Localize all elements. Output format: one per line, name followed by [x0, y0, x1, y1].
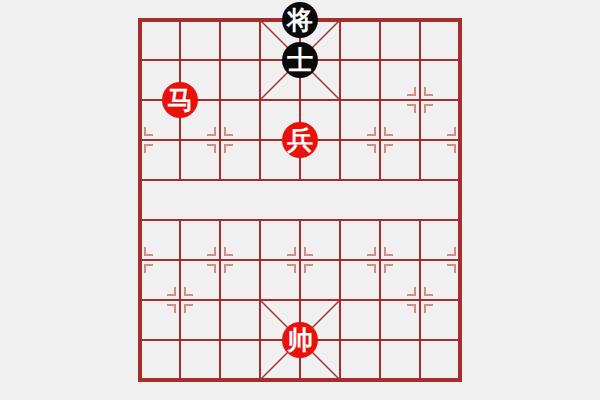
- board-cell: [420, 340, 460, 380]
- river-cell: [180, 180, 220, 220]
- point-marker-bracket: [184, 304, 193, 313]
- point-marker-bracket: [447, 247, 456, 256]
- point-marker-bracket: [447, 144, 456, 153]
- board-cell: [180, 20, 220, 60]
- point-marker-bracket: [407, 104, 416, 113]
- river-cell: [420, 180, 460, 220]
- board-cell: [340, 300, 380, 340]
- board-cell: [180, 340, 220, 380]
- point-marker-bracket: [367, 264, 376, 273]
- board-cell: [220, 300, 260, 340]
- point-marker-bracket: [167, 287, 176, 296]
- piece-red-general[interactable]: 帅: [282, 322, 318, 358]
- board-cell: [420, 20, 460, 60]
- board-cell: [340, 60, 380, 100]
- piece-black-general[interactable]: 将: [282, 2, 318, 38]
- point-marker-bracket: [207, 144, 216, 153]
- river-cell: [380, 180, 420, 220]
- point-marker-bracket: [424, 104, 433, 113]
- point-marker-bracket: [424, 287, 433, 296]
- point-marker-bracket: [424, 304, 433, 313]
- point-marker-bracket: [384, 247, 393, 256]
- piece-black-advisor[interactable]: 士: [282, 42, 318, 78]
- point-marker-bracket: [144, 144, 153, 153]
- point-marker-bracket: [407, 87, 416, 96]
- point-marker-bracket: [447, 264, 456, 273]
- board-cell: [380, 340, 420, 380]
- board-cell: [140, 340, 180, 380]
- point-marker-bracket: [367, 127, 376, 136]
- point-marker-bracket: [287, 247, 296, 256]
- board-cell: [340, 20, 380, 60]
- point-marker-bracket: [407, 304, 416, 313]
- board-cell: [140, 20, 180, 60]
- point-marker-bracket: [424, 87, 433, 96]
- river-cell: [260, 180, 300, 220]
- point-marker-bracket: [207, 264, 216, 273]
- point-marker-bracket: [224, 127, 233, 136]
- xiangqi-board: 将士马兵帅: [0, 0, 600, 400]
- point-marker-bracket: [224, 264, 233, 273]
- point-marker-bracket: [384, 144, 393, 153]
- point-marker-bracket: [144, 247, 153, 256]
- piece-red-soldier[interactable]: 兵: [282, 122, 318, 158]
- board-cell: [220, 340, 260, 380]
- point-marker-bracket: [367, 247, 376, 256]
- point-marker-bracket: [207, 247, 216, 256]
- point-marker-bracket: [407, 287, 416, 296]
- point-marker-bracket: [384, 264, 393, 273]
- point-marker-bracket: [207, 127, 216, 136]
- point-marker-bracket: [304, 247, 313, 256]
- board-cell: [220, 20, 260, 60]
- point-marker-bracket: [224, 144, 233, 153]
- point-marker-bracket: [367, 144, 376, 153]
- river-cell: [340, 180, 380, 220]
- point-marker-bracket: [224, 247, 233, 256]
- point-marker-bracket: [167, 304, 176, 313]
- point-marker-bracket: [447, 127, 456, 136]
- piece-red-horse[interactable]: 马: [162, 82, 198, 118]
- point-marker-bracket: [304, 264, 313, 273]
- point-marker-bracket: [384, 127, 393, 136]
- board-cell: [380, 20, 420, 60]
- point-marker-bracket: [287, 264, 296, 273]
- river-cell: [220, 180, 260, 220]
- river-cell: [300, 180, 340, 220]
- point-marker-bracket: [184, 287, 193, 296]
- board-cell: [220, 60, 260, 100]
- point-marker-bracket: [144, 264, 153, 273]
- river-cell: [140, 180, 180, 220]
- board-cell: [340, 340, 380, 380]
- point-marker-bracket: [144, 127, 153, 136]
